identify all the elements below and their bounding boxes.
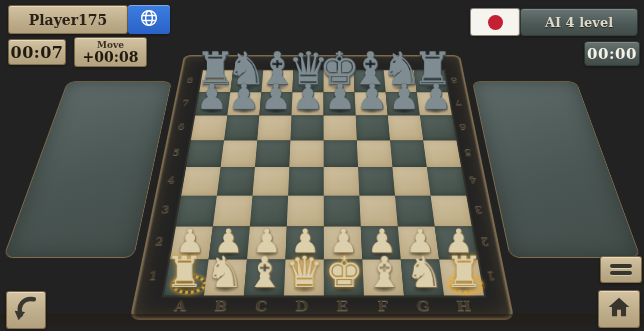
rank-label: 1 [477, 269, 504, 281]
square-g1[interactable]: ♞ [401, 260, 444, 296]
japan-flag-icon [470, 8, 520, 36]
home-icon [606, 294, 632, 324]
square-f7[interactable]: ♟ [355, 92, 388, 115]
captured-pieces-tray-left [4, 82, 171, 257]
white-knight[interactable]: ♞ [405, 251, 443, 294]
square-g7[interactable]: ♟ [386, 92, 420, 115]
globe-button[interactable] [128, 5, 170, 34]
black-clock: 00:00 [584, 41, 640, 66]
white-queen[interactable]: ♛ [285, 251, 323, 294]
move-increment-value: +00:08 [83, 50, 139, 64]
square-a4[interactable] [181, 167, 220, 196]
white-bishop[interactable]: ♝ [365, 251, 403, 294]
square-d7[interactable]: ♟ [291, 92, 323, 115]
square-f5[interactable] [357, 140, 393, 167]
square-e7[interactable]: ♟ [324, 92, 356, 115]
square-b1[interactable]: ♞ [204, 260, 247, 296]
white-king[interactable]: ♚ [325, 251, 363, 294]
black-pawn[interactable]: ♟ [420, 79, 452, 114]
square-a7[interactable]: ♟ [195, 92, 230, 115]
square-c6[interactable] [257, 115, 291, 140]
white-player-name: Player175 [8, 5, 128, 34]
game-screen: 87654321 87654321 ABCDEFGH ♜♞♝♛♚♝♞♜♟♟♟♟♟… [0, 0, 644, 331]
rank-label: 5 [456, 148, 479, 157]
square-e1[interactable]: ♚ [324, 260, 364, 296]
square-c7[interactable]: ♟ [259, 92, 292, 115]
white-clock: 00:07 [8, 39, 66, 65]
white-knight[interactable]: ♞ [205, 251, 243, 294]
rank-label: 8 [444, 76, 465, 83]
square-d1[interactable]: ♛ [284, 260, 324, 296]
black-pawn[interactable]: ♟ [260, 79, 292, 114]
square-f1[interactable]: ♝ [362, 260, 404, 296]
globe-icon [138, 7, 160, 33]
square-c1[interactable]: ♝ [244, 260, 286, 296]
rank-label: 5 [165, 148, 188, 157]
square-g5[interactable] [390, 140, 427, 167]
black-pawn[interactable]: ♟ [228, 79, 260, 114]
rank-label: 7 [175, 99, 197, 107]
rank-label: 7 [447, 99, 469, 107]
rank-label: 2 [472, 235, 498, 246]
undo-button[interactable] [6, 291, 46, 329]
black-player-name: AI 4 level [520, 8, 638, 36]
square-e5[interactable] [324, 140, 358, 167]
black-pawn[interactable]: ♟ [356, 79, 388, 114]
square-a5[interactable] [186, 140, 224, 167]
menu-button[interactable] [600, 256, 642, 283]
square-h6[interactable] [420, 115, 457, 140]
square-d6[interactable] [290, 115, 323, 140]
square-b5[interactable] [221, 140, 258, 167]
black-pawn[interactable]: ♟ [196, 79, 228, 114]
square-f6[interactable] [356, 115, 390, 140]
rank-label: 2 [146, 235, 172, 246]
undo-icon [12, 294, 40, 326]
black-pawn[interactable]: ♟ [388, 79, 420, 114]
table-plane: 87654321 87654321 ABCDEFGH ♜♞♝♛♚♝♞♜♟♟♟♟♟… [0, 37, 644, 318]
square-h5[interactable] [423, 140, 461, 167]
square-d4[interactable] [288, 167, 324, 196]
square-c5[interactable] [255, 140, 290, 167]
rank-label: 4 [461, 175, 485, 185]
hamburger-icon [610, 264, 632, 268]
rank-label: 1 [139, 269, 166, 281]
board-squares: ♜♞♝♛♚♝♞♜♟♟♟♟♟♟♟♟♟♟♟♟♟♟♟♟♜♞♝♛♚♝♞♜ [162, 69, 487, 297]
square-g4[interactable] [392, 167, 430, 196]
black-pawn[interactable]: ♟ [292, 79, 324, 114]
white-bishop[interactable]: ♝ [245, 251, 283, 294]
white-rook[interactable]: ♜ [165, 251, 203, 294]
rank-label: 6 [452, 122, 474, 130]
rank-label: 6 [170, 122, 192, 130]
hamburger-icon [610, 271, 632, 275]
square-h7[interactable]: ♟ [417, 92, 452, 115]
black-pawn[interactable]: ♟ [324, 79, 356, 114]
move-increment-panel: Move +00:08 [74, 37, 147, 67]
square-c4[interactable] [252, 167, 289, 196]
board-edge-shadow [0, 314, 644, 326]
square-a1[interactable]: ♜ [164, 260, 209, 296]
flag-red-circle [488, 15, 503, 30]
square-b7[interactable]: ♟ [227, 92, 261, 115]
captured-pieces-tray-right [473, 82, 640, 257]
chess-board[interactable]: 87654321 87654321 ABCDEFGH ♜♞♝♛♚♝♞♜♟♟♟♟♟… [132, 56, 512, 318]
square-h1[interactable]: ♜ [439, 260, 484, 296]
rank-label: 3 [466, 204, 491, 214]
square-g6[interactable] [388, 115, 423, 140]
square-d5[interactable] [289, 140, 323, 167]
square-e4[interactable] [324, 167, 360, 196]
square-b6[interactable] [224, 115, 259, 140]
square-e6[interactable] [324, 115, 357, 140]
square-b4[interactable] [217, 167, 255, 196]
square-f4[interactable] [358, 167, 395, 196]
rank-label: 4 [159, 175, 183, 185]
square-h4[interactable] [427, 167, 466, 196]
square-a6[interactable] [191, 115, 227, 140]
home-button[interactable] [598, 290, 640, 328]
